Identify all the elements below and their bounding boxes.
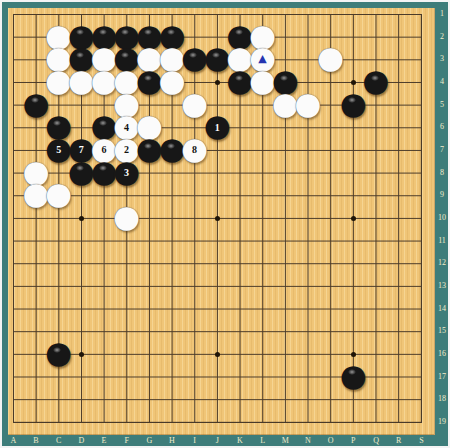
intersection-J3[interactable]: ● xyxy=(206,48,229,71)
intersection-F8[interactable]: ●3 xyxy=(115,161,138,184)
intersection-I11[interactable] xyxy=(183,229,206,252)
intersection-S15[interactable] xyxy=(410,320,433,343)
intersection-I3[interactable]: ● xyxy=(183,48,206,71)
intersection-K19[interactable] xyxy=(229,411,252,434)
intersection-Q14[interactable] xyxy=(365,297,388,320)
intersection-D5[interactable] xyxy=(70,93,93,116)
intersection-R4[interactable] xyxy=(387,71,410,94)
intersection-N8[interactable] xyxy=(297,161,320,184)
intersection-K4[interactable]: ● xyxy=(229,71,252,94)
intersection-E15[interactable] xyxy=(93,320,116,343)
intersection-N17[interactable] xyxy=(297,365,320,388)
intersection-Q12[interactable] xyxy=(365,252,388,275)
intersection-B19[interactable] xyxy=(25,411,48,434)
intersection-A2[interactable] xyxy=(2,25,25,48)
intersection-A1[interactable] xyxy=(2,3,25,26)
intersection-L8[interactable] xyxy=(251,161,274,184)
intersection-F17[interactable] xyxy=(115,365,138,388)
intersection-O18[interactable] xyxy=(319,388,342,411)
intersection-M17[interactable] xyxy=(274,365,297,388)
intersection-N3[interactable] xyxy=(297,48,320,71)
intersection-M2[interactable] xyxy=(274,25,297,48)
intersection-C4[interactable]: ● xyxy=(47,71,70,94)
intersection-O15[interactable] xyxy=(319,320,342,343)
intersection-B5[interactable]: ● xyxy=(25,93,48,116)
intersection-Q10[interactable] xyxy=(365,207,388,230)
intersection-D13[interactable] xyxy=(70,275,93,298)
intersection-D17[interactable] xyxy=(70,365,93,388)
intersection-J1[interactable] xyxy=(206,3,229,26)
intersection-S16[interactable] xyxy=(410,343,433,366)
intersection-C11[interactable] xyxy=(47,229,70,252)
intersection-P12[interactable] xyxy=(342,252,365,275)
intersection-M6[interactable] xyxy=(274,116,297,139)
intersection-C19[interactable] xyxy=(47,411,70,434)
intersection-E11[interactable] xyxy=(93,229,116,252)
intersection-Q18[interactable] xyxy=(365,388,388,411)
intersection-C10[interactable] xyxy=(47,207,70,230)
intersection-P14[interactable] xyxy=(342,297,365,320)
intersection-N11[interactable] xyxy=(297,229,320,252)
intersection-R3[interactable] xyxy=(387,48,410,71)
intersection-S12[interactable] xyxy=(410,252,433,275)
intersection-E17[interactable] xyxy=(93,365,116,388)
intersection-N19[interactable] xyxy=(297,411,320,434)
intersection-O1[interactable] xyxy=(319,3,342,26)
intersection-G16[interactable] xyxy=(138,343,161,366)
intersection-O11[interactable] xyxy=(319,229,342,252)
intersection-J12[interactable] xyxy=(206,252,229,275)
intersection-B14[interactable] xyxy=(25,297,48,320)
intersection-A6[interactable] xyxy=(2,116,25,139)
intersection-M14[interactable] xyxy=(274,297,297,320)
intersection-H8[interactable] xyxy=(161,161,184,184)
intersection-K17[interactable] xyxy=(229,365,252,388)
intersection-K7[interactable] xyxy=(229,139,252,162)
intersection-A14[interactable] xyxy=(2,297,25,320)
intersection-D12[interactable] xyxy=(70,252,93,275)
intersection-J7[interactable] xyxy=(206,139,229,162)
intersection-J18[interactable] xyxy=(206,388,229,411)
intersection-P9[interactable] xyxy=(342,184,365,207)
intersection-L10[interactable] xyxy=(251,207,274,230)
intersection-P15[interactable] xyxy=(342,320,365,343)
intersection-D11[interactable] xyxy=(70,229,93,252)
intersection-N16[interactable] xyxy=(297,343,320,366)
intersection-N18[interactable] xyxy=(297,388,320,411)
intersection-A19[interactable] xyxy=(2,411,25,434)
intersection-O9[interactable] xyxy=(319,184,342,207)
intersection-L4[interactable]: ● xyxy=(251,71,274,94)
intersection-S19[interactable] xyxy=(410,411,433,434)
intersection-D8[interactable]: ● xyxy=(70,161,93,184)
intersection-A8[interactable] xyxy=(2,161,25,184)
intersection-R12[interactable] xyxy=(387,252,410,275)
intersection-K18[interactable] xyxy=(229,388,252,411)
intersection-B15[interactable] xyxy=(25,320,48,343)
intersection-I12[interactable] xyxy=(183,252,206,275)
intersection-L7[interactable] xyxy=(251,139,274,162)
intersection-E12[interactable] xyxy=(93,252,116,275)
intersection-O6[interactable] xyxy=(319,116,342,139)
intersection-F15[interactable] xyxy=(115,320,138,343)
intersection-R17[interactable] xyxy=(387,365,410,388)
intersection-I19[interactable] xyxy=(183,411,206,434)
intersection-F13[interactable] xyxy=(115,275,138,298)
intersection-E13[interactable] xyxy=(93,275,116,298)
intersection-P1[interactable] xyxy=(342,3,365,26)
intersection-I1[interactable] xyxy=(183,3,206,26)
intersection-B2[interactable] xyxy=(25,25,48,48)
intersection-J10[interactable] xyxy=(206,207,229,230)
intersection-D4[interactable]: ● xyxy=(70,71,93,94)
intersection-G18[interactable] xyxy=(138,388,161,411)
intersection-O4[interactable] xyxy=(319,71,342,94)
intersection-M7[interactable] xyxy=(274,139,297,162)
intersection-M13[interactable] xyxy=(274,275,297,298)
intersection-S8[interactable] xyxy=(410,161,433,184)
intersection-G19[interactable] xyxy=(138,411,161,434)
intersection-A4[interactable] xyxy=(2,71,25,94)
intersection-G17[interactable] xyxy=(138,365,161,388)
intersection-B10[interactable] xyxy=(25,207,48,230)
intersection-F16[interactable] xyxy=(115,343,138,366)
intersection-S11[interactable] xyxy=(410,229,433,252)
intersection-M1[interactable] xyxy=(274,3,297,26)
intersection-E19[interactable] xyxy=(93,411,116,434)
intersection-B11[interactable] xyxy=(25,229,48,252)
intersection-C13[interactable] xyxy=(47,275,70,298)
intersection-A15[interactable] xyxy=(2,320,25,343)
intersection-A13[interactable] xyxy=(2,275,25,298)
intersection-P10[interactable] xyxy=(342,207,365,230)
intersection-L9[interactable] xyxy=(251,184,274,207)
intersection-J17[interactable] xyxy=(206,365,229,388)
intersection-D10[interactable] xyxy=(70,207,93,230)
intersection-J8[interactable] xyxy=(206,161,229,184)
intersection-Q1[interactable] xyxy=(365,3,388,26)
intersection-D14[interactable] xyxy=(70,297,93,320)
intersection-N12[interactable] xyxy=(297,252,320,275)
intersection-O14[interactable] xyxy=(319,297,342,320)
intersection-E10[interactable] xyxy=(93,207,116,230)
intersection-R18[interactable] xyxy=(387,388,410,411)
intersection-I10[interactable] xyxy=(183,207,206,230)
intersection-Q16[interactable] xyxy=(365,343,388,366)
intersection-O3[interactable]: ● xyxy=(319,48,342,71)
intersection-C9[interactable]: ● xyxy=(47,184,70,207)
intersection-R11[interactable] xyxy=(387,229,410,252)
intersection-B3[interactable] xyxy=(25,48,48,71)
intersection-G9[interactable] xyxy=(138,184,161,207)
intersection-I8[interactable] xyxy=(183,161,206,184)
intersection-P17[interactable]: ● xyxy=(342,365,365,388)
intersection-K14[interactable] xyxy=(229,297,252,320)
intersection-Q4[interactable]: ● xyxy=(365,71,388,94)
intersection-S10[interactable] xyxy=(410,207,433,230)
intersection-P5[interactable]: ● xyxy=(342,93,365,116)
intersection-J9[interactable] xyxy=(206,184,229,207)
intersection-K16[interactable] xyxy=(229,343,252,366)
intersection-Q7[interactable] xyxy=(365,139,388,162)
intersection-P7[interactable] xyxy=(342,139,365,162)
intersection-G4[interactable]: ● xyxy=(138,71,161,94)
intersection-H13[interactable] xyxy=(161,275,184,298)
intersection-N10[interactable] xyxy=(297,207,320,230)
intersection-K11[interactable] xyxy=(229,229,252,252)
intersection-E9[interactable] xyxy=(93,184,116,207)
intersection-O5[interactable] xyxy=(319,93,342,116)
intersection-H10[interactable] xyxy=(161,207,184,230)
intersection-B17[interactable] xyxy=(25,365,48,388)
intersection-D15[interactable] xyxy=(70,320,93,343)
intersection-B16[interactable] xyxy=(25,343,48,366)
intersection-C7[interactable]: ●5 xyxy=(47,139,70,162)
intersection-N2[interactable] xyxy=(297,25,320,48)
intersection-Q17[interactable] xyxy=(365,365,388,388)
intersection-A10[interactable] xyxy=(2,207,25,230)
intersection-A17[interactable] xyxy=(2,365,25,388)
intersection-J16[interactable] xyxy=(206,343,229,366)
intersection-H4[interactable]: ● xyxy=(161,71,184,94)
intersection-M15[interactable] xyxy=(274,320,297,343)
intersection-E18[interactable] xyxy=(93,388,116,411)
intersection-I7[interactable]: ●8 xyxy=(183,139,206,162)
intersection-J11[interactable] xyxy=(206,229,229,252)
intersection-B9[interactable]: ● xyxy=(25,184,48,207)
intersection-E16[interactable] xyxy=(93,343,116,366)
intersection-N6[interactable] xyxy=(297,116,320,139)
intersection-A3[interactable] xyxy=(2,48,25,71)
intersection-K10[interactable] xyxy=(229,207,252,230)
intersection-B12[interactable] xyxy=(25,252,48,275)
intersection-S6[interactable] xyxy=(410,116,433,139)
intersection-C16[interactable]: ● xyxy=(47,343,70,366)
intersection-H9[interactable] xyxy=(161,184,184,207)
intersection-S5[interactable] xyxy=(410,93,433,116)
intersection-L19[interactable] xyxy=(251,411,274,434)
intersection-R14[interactable] xyxy=(387,297,410,320)
intersection-R15[interactable] xyxy=(387,320,410,343)
intersection-F12[interactable] xyxy=(115,252,138,275)
intersection-L18[interactable] xyxy=(251,388,274,411)
intersection-P2[interactable] xyxy=(342,25,365,48)
intersection-A12[interactable] xyxy=(2,252,25,275)
intersection-H17[interactable] xyxy=(161,365,184,388)
intersection-J6[interactable]: ●1 xyxy=(206,116,229,139)
intersection-H19[interactable] xyxy=(161,411,184,434)
intersection-K13[interactable] xyxy=(229,275,252,298)
intersection-S4[interactable] xyxy=(410,71,433,94)
intersection-S3[interactable] xyxy=(410,48,433,71)
intersection-S13[interactable] xyxy=(410,275,433,298)
intersection-H15[interactable] xyxy=(161,320,184,343)
intersection-P6[interactable] xyxy=(342,116,365,139)
intersection-N7[interactable] xyxy=(297,139,320,162)
intersection-M18[interactable] xyxy=(274,388,297,411)
intersection-F18[interactable] xyxy=(115,388,138,411)
intersection-S7[interactable] xyxy=(410,139,433,162)
intersection-C17[interactable] xyxy=(47,365,70,388)
intersection-J15[interactable] xyxy=(206,320,229,343)
intersection-K5[interactable] xyxy=(229,93,252,116)
intersection-D16[interactable] xyxy=(70,343,93,366)
intersection-C12[interactable] xyxy=(47,252,70,275)
intersection-I16[interactable] xyxy=(183,343,206,366)
intersection-L11[interactable] xyxy=(251,229,274,252)
intersection-F14[interactable] xyxy=(115,297,138,320)
intersection-S14[interactable] xyxy=(410,297,433,320)
intersection-R7[interactable] xyxy=(387,139,410,162)
intersection-F19[interactable] xyxy=(115,411,138,434)
intersection-L12[interactable] xyxy=(251,252,274,275)
intersection-N13[interactable] xyxy=(297,275,320,298)
intersection-Q15[interactable] xyxy=(365,320,388,343)
intersection-Q11[interactable] xyxy=(365,229,388,252)
intersection-A11[interactable] xyxy=(2,229,25,252)
intersection-R1[interactable] xyxy=(387,3,410,26)
intersection-A5[interactable] xyxy=(2,93,25,116)
intersection-G15[interactable] xyxy=(138,320,161,343)
intersection-P11[interactable] xyxy=(342,229,365,252)
intersection-A18[interactable] xyxy=(2,388,25,411)
intersection-O13[interactable] xyxy=(319,275,342,298)
intersection-P18[interactable] xyxy=(342,388,365,411)
intersection-M16[interactable] xyxy=(274,343,297,366)
intersection-N5[interactable]: ● xyxy=(297,93,320,116)
intersection-S2[interactable] xyxy=(410,25,433,48)
intersection-O16[interactable] xyxy=(319,343,342,366)
intersection-G14[interactable] xyxy=(138,297,161,320)
intersection-H11[interactable] xyxy=(161,229,184,252)
intersection-H16[interactable] xyxy=(161,343,184,366)
intersection-H12[interactable] xyxy=(161,252,184,275)
intersection-L5[interactable] xyxy=(251,93,274,116)
intersection-R16[interactable] xyxy=(387,343,410,366)
intersection-O10[interactable] xyxy=(319,207,342,230)
intersection-A9[interactable] xyxy=(2,184,25,207)
intersection-D9[interactable] xyxy=(70,184,93,207)
intersection-K9[interactable] xyxy=(229,184,252,207)
intersection-N15[interactable] xyxy=(297,320,320,343)
intersection-I13[interactable] xyxy=(183,275,206,298)
intersection-O8[interactable] xyxy=(319,161,342,184)
intersection-H14[interactable] xyxy=(161,297,184,320)
intersection-M9[interactable] xyxy=(274,184,297,207)
intersection-Q13[interactable] xyxy=(365,275,388,298)
intersection-G8[interactable] xyxy=(138,161,161,184)
intersection-Q9[interactable] xyxy=(365,184,388,207)
intersection-L14[interactable] xyxy=(251,297,274,320)
intersection-N14[interactable] xyxy=(297,297,320,320)
intersection-Q8[interactable] xyxy=(365,161,388,184)
intersection-F10[interactable]: ● xyxy=(115,207,138,230)
intersection-J13[interactable] xyxy=(206,275,229,298)
intersection-C14[interactable] xyxy=(47,297,70,320)
intersection-A16[interactable] xyxy=(2,343,25,366)
intersection-L15[interactable] xyxy=(251,320,274,343)
intersection-R2[interactable] xyxy=(387,25,410,48)
intersection-I17[interactable] xyxy=(183,365,206,388)
intersection-O12[interactable] xyxy=(319,252,342,275)
intersection-I15[interactable] xyxy=(183,320,206,343)
intersection-K15[interactable] xyxy=(229,320,252,343)
intersection-I5[interactable]: ● xyxy=(183,93,206,116)
intersection-P8[interactable] xyxy=(342,161,365,184)
intersection-G13[interactable] xyxy=(138,275,161,298)
intersection-O19[interactable] xyxy=(319,411,342,434)
intersection-H7[interactable]: ● xyxy=(161,139,184,162)
intersection-H5[interactable] xyxy=(161,93,184,116)
intersection-I18[interactable] xyxy=(183,388,206,411)
intersection-R8[interactable] xyxy=(387,161,410,184)
intersection-Q19[interactable] xyxy=(365,411,388,434)
intersection-Q2[interactable] xyxy=(365,25,388,48)
intersection-H18[interactable] xyxy=(161,388,184,411)
intersection-N1[interactable] xyxy=(297,3,320,26)
intersection-L13[interactable] xyxy=(251,275,274,298)
intersection-G7[interactable]: ● xyxy=(138,139,161,162)
intersection-B18[interactable] xyxy=(25,388,48,411)
intersection-S1[interactable] xyxy=(410,3,433,26)
intersection-D19[interactable] xyxy=(70,411,93,434)
intersection-I9[interactable] xyxy=(183,184,206,207)
intersection-A7[interactable] xyxy=(2,139,25,162)
intersection-R9[interactable] xyxy=(387,184,410,207)
intersection-K8[interactable] xyxy=(229,161,252,184)
intersection-B13[interactable] xyxy=(25,275,48,298)
intersection-R5[interactable] xyxy=(387,93,410,116)
intersection-R10[interactable] xyxy=(387,207,410,230)
intersection-C18[interactable] xyxy=(47,388,70,411)
intersection-Q5[interactable] xyxy=(365,93,388,116)
intersection-S18[interactable] xyxy=(410,388,433,411)
intersection-P19[interactable] xyxy=(342,411,365,434)
intersection-I14[interactable] xyxy=(183,297,206,320)
intersection-M12[interactable] xyxy=(274,252,297,275)
intersection-B6[interactable] xyxy=(25,116,48,139)
intersection-D18[interactable] xyxy=(70,388,93,411)
intersection-M11[interactable] xyxy=(274,229,297,252)
intersection-E14[interactable] xyxy=(93,297,116,320)
intersection-G12[interactable] xyxy=(138,252,161,275)
intersection-K12[interactable] xyxy=(229,252,252,275)
intersection-J4[interactable] xyxy=(206,71,229,94)
intersection-B1[interactable] xyxy=(25,3,48,26)
intersection-S17[interactable] xyxy=(410,365,433,388)
intersection-L16[interactable] xyxy=(251,343,274,366)
intersection-P13[interactable] xyxy=(342,275,365,298)
intersection-F11[interactable] xyxy=(115,229,138,252)
intersection-P3[interactable] xyxy=(342,48,365,71)
intersection-G11[interactable] xyxy=(138,229,161,252)
intersection-L17[interactable] xyxy=(251,365,274,388)
intersection-L6[interactable] xyxy=(251,116,274,139)
intersection-O17[interactable] xyxy=(319,365,342,388)
intersection-M19[interactable] xyxy=(274,411,297,434)
intersection-O7[interactable] xyxy=(319,139,342,162)
intersection-K6[interactable] xyxy=(229,116,252,139)
intersection-M5[interactable]: ● xyxy=(274,93,297,116)
intersection-E4[interactable]: ● xyxy=(93,71,116,94)
intersection-J14[interactable] xyxy=(206,297,229,320)
intersection-R19[interactable] xyxy=(387,411,410,434)
intersection-R13[interactable] xyxy=(387,275,410,298)
intersection-E8[interactable]: ● xyxy=(93,161,116,184)
intersection-Q6[interactable] xyxy=(365,116,388,139)
intersection-M8[interactable] xyxy=(274,161,297,184)
intersection-M10[interactable] xyxy=(274,207,297,230)
